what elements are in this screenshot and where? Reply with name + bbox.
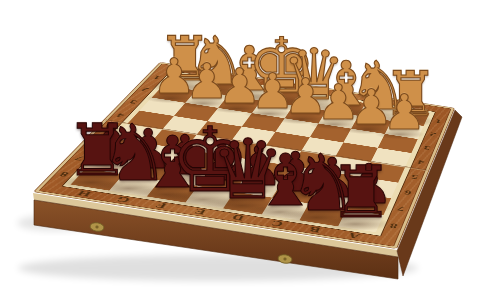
piece-shadow (317, 217, 392, 231)
piece-shadow (242, 205, 317, 219)
black-bishop-glyph: ♝ (140, 128, 204, 198)
piece-white-pawn-b2: ♟ (350, 84, 394, 132)
white-knight-glyph: ♞ (187, 28, 247, 93)
black-pawn-glyph: ♟ (308, 151, 357, 204)
piece-shadow (243, 109, 294, 119)
black-pawn-glyph: ♟ (345, 157, 394, 210)
white-rook-glyph: ♜ (383, 64, 438, 124)
white-pawn-glyph: ♟ (382, 89, 426, 137)
piece-white-pawn-f2: ♟ (218, 63, 262, 111)
piece-shadow (210, 104, 261, 114)
piece-black-pawn-d7: ♟ (234, 140, 283, 193)
white-rook-glyph: ♜ (158, 29, 213, 89)
white-pawn-glyph: ♟ (185, 58, 229, 106)
piece-white-pawn-g2: ♟ (185, 58, 229, 106)
piece-black-pawn-a7: ♟ (345, 157, 394, 210)
piece-shadow (176, 84, 246, 97)
piece-white-rook-h1: ♜ (158, 29, 213, 89)
black-pawn-glyph: ♟ (124, 123, 173, 176)
piece-white-rook-a1: ♜ (383, 64, 438, 124)
piece-shadow (197, 197, 284, 214)
chess-set-photo: HGFEDCBA1122334455667788 ♜♞♝♛♚♝♞♜♟♟♟♟♟♟♟… (0, 0, 480, 296)
piece-shadow (54, 175, 129, 189)
white-pawn-glyph: ♟ (152, 53, 196, 101)
black-pawn-glyph: ♟ (234, 140, 283, 193)
piece-white-knight-b1: ♞ (348, 53, 408, 118)
piece-shadow (115, 168, 172, 179)
piece-shadow (375, 129, 426, 139)
piece-black-pawn-g7: ♟ (124, 123, 173, 176)
piece-white-bishop-c1: ♝ (319, 54, 374, 114)
white-pawn-glyph: ♟ (218, 63, 262, 111)
white-bishop-glyph: ♝ (222, 39, 277, 99)
white-knight-glyph: ♞ (348, 53, 408, 118)
black-knight-glyph: ♞ (288, 145, 358, 222)
piece-white-pawn-e2: ♟ (251, 68, 295, 116)
black-pawn-glyph: ♟ (271, 146, 320, 199)
piece-white-king-e1: ♚ (247, 29, 315, 104)
black-knight-glyph: ♞ (100, 116, 170, 193)
piece-shadow (212, 90, 276, 102)
piece-shadow (342, 124, 393, 134)
black-pawn-glyph: ♟ (87, 117, 136, 170)
piece-shadow (373, 115, 437, 127)
piece-black-pawn-h7: ♟ (87, 117, 136, 170)
white-pawn-glyph: ♟ (350, 84, 394, 132)
piece-black-king-e8: ♚ (170, 116, 250, 203)
piece-black-knight-g8: ♞ (100, 116, 170, 193)
piece-shadow (148, 80, 212, 92)
piece-shadow (78, 162, 135, 173)
piece-shadow (235, 92, 315, 107)
black-rook-glyph: ♜ (65, 116, 129, 186)
white-pawn-glyph: ♟ (251, 68, 295, 116)
white-bishop-glyph: ♝ (319, 54, 374, 114)
black-pawn-glyph: ♟ (161, 128, 210, 181)
piece-shadow (189, 179, 246, 190)
piece-shadow (262, 191, 319, 202)
piece-black-pawn-b7: ♟ (308, 151, 357, 204)
piece-shadow (336, 202, 393, 213)
piece-black-rook-a8: ♜ (329, 158, 393, 228)
piece-black-bishop-c8: ♝ (253, 146, 317, 216)
piece-shadow (338, 109, 408, 122)
piece-shadow (309, 105, 373, 117)
white-pawn-glyph: ♟ (284, 74, 328, 122)
piece-shadow (129, 187, 204, 201)
piece-black-knight-b8: ♞ (288, 145, 358, 222)
piece-shadow (309, 119, 360, 129)
piece-black-pawn-c7: ♟ (271, 146, 320, 199)
black-rook-glyph: ♜ (329, 158, 393, 228)
piece-white-knight-g1: ♞ (187, 28, 247, 93)
piece-black-pawn-f7: ♟ (161, 128, 210, 181)
piece-black-bishop-f8: ♝ (140, 128, 204, 198)
white-king-glyph: ♚ (247, 29, 315, 104)
white-pawn-glyph: ♟ (317, 79, 361, 127)
black-pawn-glyph: ♟ (197, 134, 246, 187)
piece-black-rook-h8: ♜ (65, 116, 129, 186)
white-queen-glyph: ♛ (282, 40, 345, 109)
piece-white-pawn-a2: ♟ (382, 89, 426, 137)
piece-shadow (299, 197, 356, 208)
piece-shadow (276, 210, 358, 226)
piece-white-pawn-h2: ♟ (152, 53, 196, 101)
piece-shadow (144, 93, 195, 103)
pieces-layer: ♜♞♝♛♚♝♞♜♟♟♟♟♟♟♟♟♟♟♟♟♟♟♟♟♜♞♝♛♚♝♞♜ (0, 0, 480, 296)
black-queen-glyph: ♛ (211, 129, 285, 210)
piece-white-pawn-c2: ♟ (317, 79, 361, 127)
piece-shadow (177, 99, 228, 109)
piece-black-pawn-e7: ♟ (197, 134, 246, 187)
black-king-glyph: ♚ (170, 116, 250, 203)
piece-shadow (225, 185, 282, 196)
piece-white-pawn-d2: ♟ (284, 74, 328, 122)
piece-shadow (156, 191, 250, 209)
piece-shadow (87, 180, 169, 196)
piece-shadow (276, 114, 327, 124)
black-bishop-glyph: ♝ (253, 146, 317, 216)
piece-shadow (152, 174, 209, 185)
piece-black-queen-d8: ♛ (211, 129, 285, 210)
piece-white-queen-d1: ♛ (282, 40, 345, 109)
piece-white-bishop-f1: ♝ (222, 39, 277, 99)
piece-shadow (271, 98, 345, 112)
